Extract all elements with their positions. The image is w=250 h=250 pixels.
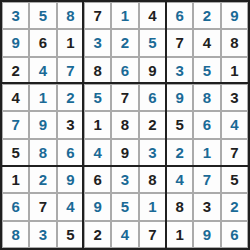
sudoku-digit: 5 xyxy=(203,63,211,78)
sudoku-cell[interactable]: 3 xyxy=(193,193,220,220)
sudoku-digit: 4 xyxy=(148,8,156,23)
sudoku-digit: 2 xyxy=(66,90,74,105)
sudoku-cell[interactable]: 7 xyxy=(193,166,220,193)
sudoku-cell[interactable]: 9 xyxy=(29,111,56,138)
sudoku-cell[interactable]: 2 xyxy=(29,166,56,193)
sudoku-digit: 9 xyxy=(66,172,74,187)
sudoku-cell[interactable]: 9 xyxy=(166,84,193,111)
sudoku-digit: 1 xyxy=(93,117,101,132)
sudoku-cell[interactable]: 6 xyxy=(2,193,29,220)
sudoku-cell[interactable]: 5 xyxy=(2,139,29,166)
sudoku-cell[interactable]: 7 xyxy=(2,111,29,138)
sudoku-digit: 1 xyxy=(175,227,183,242)
sudoku-digit: 6 xyxy=(230,227,238,242)
sudoku-digit: 1 xyxy=(148,199,156,214)
sudoku-cell[interactable]: 7 xyxy=(29,193,56,220)
sudoku-cell[interactable]: 8 xyxy=(111,111,138,138)
sudoku-digit: 7 xyxy=(230,145,238,160)
sudoku-cell[interactable]: 5 xyxy=(139,29,166,56)
sudoku-digit: 3 xyxy=(39,227,47,242)
sudoku-cell[interactable]: 4 xyxy=(193,29,220,56)
sudoku-cell[interactable]: 4 xyxy=(139,2,166,29)
sudoku-cell[interactable]: 6 xyxy=(166,2,193,29)
sudoku-digit: 6 xyxy=(148,90,156,105)
sudoku-cell[interactable]: 3 xyxy=(57,111,84,138)
sudoku-cell[interactable]: 8 xyxy=(84,57,111,84)
sudoku-digit: 8 xyxy=(66,8,74,23)
sudoku-digit: 3 xyxy=(121,172,129,187)
sudoku-digit: 2 xyxy=(121,35,129,50)
sudoku-cell[interactable]: 4 xyxy=(221,111,248,138)
sudoku-cell[interactable]: 5 xyxy=(57,221,84,248)
sudoku-digit: 6 xyxy=(66,145,74,160)
sudoku-cell[interactable]: 7 xyxy=(221,139,248,166)
sudoku-digit: 1 xyxy=(39,90,47,105)
sudoku-cell[interactable]: 2 xyxy=(193,2,220,29)
sudoku-digit: 5 xyxy=(148,35,156,50)
sudoku-cell[interactable]: 9 xyxy=(57,166,84,193)
sudoku-cell[interactable]: 4 xyxy=(29,57,56,84)
sudoku-digit: 1 xyxy=(66,35,74,50)
sudoku-digit: 6 xyxy=(121,63,129,78)
sudoku-digit: 9 xyxy=(93,199,101,214)
sudoku-digit: 6 xyxy=(175,8,183,23)
sudoku-digit: 3 xyxy=(11,8,19,23)
sudoku-cell[interactable]: 1 xyxy=(221,57,248,84)
sudoku-digit: 6 xyxy=(203,117,211,132)
sudoku-cell[interactable]: 9 xyxy=(2,29,29,56)
sudoku-digit: 5 xyxy=(39,8,47,23)
sudoku-digit: 2 xyxy=(11,63,19,78)
sudoku-cell[interactable]: 4 xyxy=(57,193,84,220)
sudoku-digit: 9 xyxy=(203,227,211,242)
sudoku-digit: 4 xyxy=(39,63,47,78)
sudoku-cell[interactable]: 9 xyxy=(139,57,166,84)
sudoku-cell[interactable]: 8 xyxy=(221,29,248,56)
sudoku-digit: 2 xyxy=(148,117,156,132)
sudoku-cell[interactable]: 7 xyxy=(139,221,166,248)
sudoku-cell[interactable]: 4 xyxy=(2,84,29,111)
sudoku-digit: 3 xyxy=(175,63,183,78)
sudoku-digit: 7 xyxy=(175,35,183,50)
sudoku-digit: 5 xyxy=(11,145,19,160)
sudoku-digit: 9 xyxy=(175,90,183,105)
sudoku-cell[interactable]: 3 xyxy=(29,221,56,248)
sudoku-digit: 7 xyxy=(203,172,211,187)
sudoku-digit: 7 xyxy=(39,199,47,214)
sudoku-digit: 4 xyxy=(11,90,19,105)
sudoku-cell[interactable]: 4 xyxy=(111,221,138,248)
sudoku-digit: 8 xyxy=(230,35,238,50)
sudoku-digit: 8 xyxy=(11,227,19,242)
sudoku-digit: 3 xyxy=(66,117,74,132)
sudoku-digit: 2 xyxy=(39,172,47,187)
sudoku-digit: 4 xyxy=(230,117,238,132)
sudoku-cell[interactable]: 6 xyxy=(29,29,56,56)
sudoku-cell[interactable]: 8 xyxy=(166,193,193,220)
sudoku-digit: 8 xyxy=(148,172,156,187)
sudoku-digit: 3 xyxy=(93,35,101,50)
sudoku-cell[interactable]: 2 xyxy=(84,221,111,248)
sudoku-digit: 4 xyxy=(121,227,129,242)
sudoku-cell[interactable]: 9 xyxy=(111,139,138,166)
sudoku-cell[interactable]: 9 xyxy=(193,221,220,248)
sudoku-digit: 3 xyxy=(148,145,156,160)
sudoku-cell[interactable]: 8 xyxy=(57,2,84,29)
sudoku-cell[interactable]: 2 xyxy=(139,111,166,138)
sudoku-cell[interactable]: 6 xyxy=(111,57,138,84)
sudoku-digit: 3 xyxy=(230,90,238,105)
sudoku-cell[interactable]: 3 xyxy=(111,166,138,193)
sudoku-cell[interactable]: 1 xyxy=(193,139,220,166)
sudoku-digit: 1 xyxy=(230,63,238,78)
sudoku-digit: 5 xyxy=(93,90,101,105)
sudoku-cell[interactable]: 4 xyxy=(84,139,111,166)
sudoku-cell[interactable]: 2 xyxy=(57,84,84,111)
sudoku-cell[interactable]: 5 xyxy=(166,111,193,138)
sudoku-digit: 5 xyxy=(230,172,238,187)
sudoku-cell[interactable]: 6 xyxy=(221,221,248,248)
sudoku-digit: 5 xyxy=(121,199,129,214)
sudoku-digit: 7 xyxy=(11,117,19,132)
sudoku-cell[interactable]: 7 xyxy=(57,57,84,84)
sudoku-cell[interactable]: 5 xyxy=(84,84,111,111)
sudoku-digit: 6 xyxy=(11,199,19,214)
sudoku-cell[interactable]: 7 xyxy=(166,29,193,56)
sudoku-digit: 7 xyxy=(93,8,101,23)
sudoku-digit: 9 xyxy=(121,145,129,160)
sudoku-cell[interactable]: 3 xyxy=(84,29,111,56)
sudoku-digit: 4 xyxy=(175,172,183,187)
sudoku-digit: 9 xyxy=(148,63,156,78)
sudoku-cell[interactable]: 5 xyxy=(111,193,138,220)
sudoku-digit: 2 xyxy=(203,8,211,23)
sudoku-digit: 1 xyxy=(121,8,129,23)
sudoku-digit: 8 xyxy=(93,63,101,78)
sudoku-digit: 5 xyxy=(175,117,183,132)
sudoku-digit: 8 xyxy=(121,117,129,132)
sudoku-cell[interactable]: 3 xyxy=(139,139,166,166)
sudoku-digit: 8 xyxy=(203,90,211,105)
sudoku-cell[interactable]: 5 xyxy=(221,166,248,193)
sudoku-cell[interactable]: 2 xyxy=(166,139,193,166)
sudoku-digit: 6 xyxy=(39,35,47,50)
sudoku-cell[interactable]: 9 xyxy=(221,2,248,29)
sudoku-cell[interactable]: 9 xyxy=(84,193,111,220)
sudoku-digit: 9 xyxy=(11,35,19,50)
sudoku-cell[interactable]: 3 xyxy=(2,2,29,29)
sudoku-digit: 1 xyxy=(11,172,19,187)
sudoku-digit: 7 xyxy=(66,63,74,78)
sudoku-cell[interactable]: 6 xyxy=(139,84,166,111)
sudoku-digit: 5 xyxy=(66,227,74,242)
sudoku-cell[interactable]: 5 xyxy=(29,2,56,29)
sudoku-cell[interactable]: 2 xyxy=(111,29,138,56)
sudoku-digit: 2 xyxy=(93,227,101,242)
sudoku-cell[interactable]: 1 xyxy=(29,84,56,111)
sudoku-digit: 7 xyxy=(121,90,129,105)
sudoku-cell[interactable]: 1 xyxy=(111,2,138,29)
sudoku-digit: 8 xyxy=(175,199,183,214)
sudoku-cell[interactable]: 8 xyxy=(29,139,56,166)
sudoku-cell[interactable]: 7 xyxy=(84,2,111,29)
sudoku-cell[interactable]: 1 xyxy=(57,29,84,56)
sudoku-cell[interactable]: 6 xyxy=(84,166,111,193)
sudoku-cell[interactable]: 6 xyxy=(57,139,84,166)
sudoku-digit: 4 xyxy=(93,145,101,160)
sudoku-cell[interactable]: 4 xyxy=(166,166,193,193)
sudoku-cell[interactable]: 5 xyxy=(193,57,220,84)
sudoku-cell[interactable]: 1 xyxy=(2,166,29,193)
sudoku-digit: 6 xyxy=(93,172,101,187)
sudoku-digit: 3 xyxy=(203,199,211,214)
sudoku-board: 3587146299613257482478693514125769837931… xyxy=(0,0,250,250)
sudoku-cell[interactable]: 2 xyxy=(221,193,248,220)
sudoku-digit: 7 xyxy=(148,227,156,242)
sudoku-digit: 2 xyxy=(230,199,238,214)
sudoku-digit: 2 xyxy=(175,145,183,160)
sudoku-cell[interactable]: 6 xyxy=(193,111,220,138)
sudoku-cell[interactable]: 8 xyxy=(139,166,166,193)
sudoku-cell[interactable]: 3 xyxy=(166,57,193,84)
sudoku-digit: 1 xyxy=(203,145,211,160)
sudoku-digit: 4 xyxy=(66,199,74,214)
sudoku-digit: 9 xyxy=(230,8,238,23)
sudoku-digit: 8 xyxy=(39,145,47,160)
sudoku-cell[interactable]: 1 xyxy=(84,111,111,138)
sudoku-cell[interactable]: 3 xyxy=(221,84,248,111)
sudoku-cell[interactable]: 7 xyxy=(111,84,138,111)
sudoku-cell[interactable]: 8 xyxy=(2,221,29,248)
sudoku-cell[interactable]: 1 xyxy=(139,193,166,220)
sudoku-cell[interactable]: 1 xyxy=(166,221,193,248)
sudoku-digit: 9 xyxy=(39,117,47,132)
sudoku-digit: 4 xyxy=(203,35,211,50)
sudoku-cell[interactable]: 2 xyxy=(2,57,29,84)
sudoku-cell[interactable]: 8 xyxy=(193,84,220,111)
